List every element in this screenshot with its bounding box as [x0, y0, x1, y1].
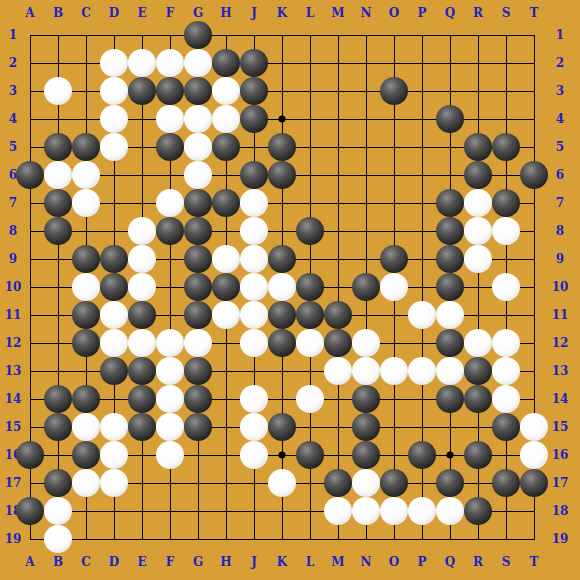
white-stone-D11[interactable]: [100, 301, 128, 329]
white-stone-O18[interactable]: [380, 497, 408, 525]
black-stone-L11[interactable]: [296, 301, 324, 329]
white-stone-C17[interactable]: [72, 469, 100, 497]
black-stone-G10[interactable]: [184, 273, 212, 301]
white-stone-R12[interactable]: [464, 329, 492, 357]
row-label-right: 8: [556, 225, 564, 237]
column-label-bottom: M: [331, 556, 344, 568]
hoshi-point: [279, 116, 286, 123]
white-stone-E12[interactable]: [128, 329, 156, 357]
row-label-left: 1: [9, 29, 17, 41]
black-stone-M17[interactable]: [324, 469, 352, 497]
black-stone-A18[interactable]: [16, 497, 44, 525]
black-stone-G15[interactable]: [184, 413, 212, 441]
black-stone-B8[interactable]: [44, 217, 72, 245]
row-label-right: 19: [552, 533, 569, 545]
black-stone-O3[interactable]: [380, 77, 408, 105]
white-stone-Q11[interactable]: [436, 301, 464, 329]
black-stone-H2[interactable]: [212, 49, 240, 77]
grid-line-vertical: [338, 35, 339, 540]
black-stone-P16[interactable]: [408, 441, 436, 469]
black-stone-H5[interactable]: [212, 133, 240, 161]
row-label-right: 7: [556, 197, 564, 209]
black-stone-T17[interactable]: [520, 469, 548, 497]
white-stone-G5[interactable]: [184, 133, 212, 161]
column-label-top: L: [306, 7, 314, 19]
white-stone-N13[interactable]: [352, 357, 380, 385]
row-label-right: 15: [552, 421, 569, 433]
black-stone-G7[interactable]: [184, 189, 212, 217]
row-label-right: 6: [556, 169, 564, 181]
black-stone-S15[interactable]: [492, 413, 520, 441]
column-label-top: Q: [445, 7, 455, 19]
white-stone-B19[interactable]: [44, 525, 72, 553]
row-label-left: 3: [9, 85, 17, 97]
column-label-top: B: [53, 7, 63, 19]
row-label-left: 19: [5, 533, 22, 545]
white-stone-B18[interactable]: [44, 497, 72, 525]
black-stone-H7[interactable]: [212, 189, 240, 217]
white-stone-D15[interactable]: [100, 413, 128, 441]
column-label-top: A: [25, 7, 34, 19]
black-stone-R14[interactable]: [464, 385, 492, 413]
black-stone-L10[interactable]: [296, 273, 324, 301]
white-stone-B3[interactable]: [44, 77, 72, 105]
white-stone-D17[interactable]: [100, 469, 128, 497]
black-stone-L16[interactable]: [296, 441, 324, 469]
row-label-right: 16: [552, 449, 569, 461]
black-stone-K9[interactable]: [268, 245, 296, 273]
hoshi-point: [447, 452, 454, 459]
column-label-top: T: [530, 7, 539, 19]
column-label-bottom: E: [137, 556, 146, 568]
white-stone-Q18[interactable]: [436, 497, 464, 525]
black-stone-C5[interactable]: [72, 133, 100, 161]
black-stone-Q12[interactable]: [436, 329, 464, 357]
black-stone-J2[interactable]: [240, 49, 268, 77]
black-stone-Q17[interactable]: [436, 469, 464, 497]
go-board[interactable]: AABBCCDDEEFFGGHHJJKKLLMMNNOOPPQQRRSSTT11…: [0, 0, 580, 580]
row-label-left: 10: [5, 281, 22, 293]
column-label-top: C: [81, 7, 91, 19]
white-stone-F15[interactable]: [156, 413, 184, 441]
column-label-bottom: K: [277, 556, 287, 568]
white-stone-R9[interactable]: [464, 245, 492, 273]
row-label-right: 17: [552, 477, 569, 489]
black-stone-G1[interactable]: [184, 21, 212, 49]
white-stone-K17[interactable]: [268, 469, 296, 497]
white-stone-J9[interactable]: [240, 245, 268, 273]
white-stone-S8[interactable]: [492, 217, 520, 245]
black-stone-E14[interactable]: [128, 385, 156, 413]
column-label-top: K: [277, 7, 287, 19]
black-stone-J4[interactable]: [240, 105, 268, 133]
row-label-left: 12: [5, 337, 22, 349]
white-stone-S10[interactable]: [492, 273, 520, 301]
black-stone-B14[interactable]: [44, 385, 72, 413]
white-stone-M13[interactable]: [324, 357, 352, 385]
column-label-top: E: [137, 7, 146, 19]
white-stone-T15[interactable]: [520, 413, 548, 441]
white-stone-M18[interactable]: [324, 497, 352, 525]
white-stone-S13[interactable]: [492, 357, 520, 385]
column-label-bottom: T: [530, 556, 539, 568]
white-stone-F16[interactable]: [156, 441, 184, 469]
white-stone-F13[interactable]: [156, 357, 184, 385]
white-stone-N17[interactable]: [352, 469, 380, 497]
row-label-left: 4: [9, 113, 17, 125]
white-stone-C10[interactable]: [72, 273, 100, 301]
grid-line-horizontal: [30, 539, 535, 540]
black-stone-R5[interactable]: [464, 133, 492, 161]
white-stone-D16[interactable]: [100, 441, 128, 469]
white-stone-J7[interactable]: [240, 189, 268, 217]
black-stone-G3[interactable]: [184, 77, 212, 105]
column-label-top: J: [251, 7, 257, 19]
column-label-top: D: [109, 7, 119, 19]
black-stone-S7[interactable]: [492, 189, 520, 217]
white-stone-C7[interactable]: [72, 189, 100, 217]
white-stone-J16[interactable]: [240, 441, 268, 469]
column-label-bottom: L: [306, 556, 314, 568]
black-stone-G13[interactable]: [184, 357, 212, 385]
white-stone-L12[interactable]: [296, 329, 324, 357]
white-stone-P11[interactable]: [408, 301, 436, 329]
white-stone-N12[interactable]: [352, 329, 380, 357]
column-label-bottom: B: [53, 556, 63, 568]
column-label-top: R: [473, 7, 483, 19]
row-label-left: 17: [5, 477, 22, 489]
black-stone-Q14[interactable]: [436, 385, 464, 413]
white-stone-C15[interactable]: [72, 413, 100, 441]
white-stone-Q13[interactable]: [436, 357, 464, 385]
white-stone-L14[interactable]: [296, 385, 324, 413]
black-stone-Q7[interactable]: [436, 189, 464, 217]
column-label-bottom: D: [109, 556, 119, 568]
white-stone-G12[interactable]: [184, 329, 212, 357]
row-label-right: 9: [556, 253, 564, 265]
white-stone-J8[interactable]: [240, 217, 268, 245]
white-stone-N18[interactable]: [352, 497, 380, 525]
column-label-bottom: F: [166, 556, 175, 568]
row-label-right: 13: [552, 365, 569, 377]
white-stone-E9[interactable]: [128, 245, 156, 273]
white-stone-G2[interactable]: [184, 49, 212, 77]
white-stone-F12[interactable]: [156, 329, 184, 357]
column-label-top: N: [361, 7, 372, 19]
black-stone-T6[interactable]: [520, 161, 548, 189]
white-stone-S14[interactable]: [492, 385, 520, 413]
black-stone-B7[interactable]: [44, 189, 72, 217]
row-label-right: 4: [556, 113, 564, 125]
white-stone-J10[interactable]: [240, 273, 268, 301]
black-stone-R18[interactable]: [464, 497, 492, 525]
white-stone-H9[interactable]: [212, 245, 240, 273]
row-label-right: 12: [552, 337, 569, 349]
white-stone-B6[interactable]: [44, 161, 72, 189]
row-label-left: 8: [9, 225, 17, 237]
black-stone-S17[interactable]: [492, 469, 520, 497]
white-stone-D12[interactable]: [100, 329, 128, 357]
black-stone-D9[interactable]: [100, 245, 128, 273]
black-stone-C9[interactable]: [72, 245, 100, 273]
black-stone-F5[interactable]: [156, 133, 184, 161]
black-stone-J6[interactable]: [240, 161, 268, 189]
row-label-left: 9: [9, 253, 17, 265]
column-label-bottom: G: [193, 556, 203, 568]
black-stone-F8[interactable]: [156, 217, 184, 245]
black-stone-D10[interactable]: [100, 273, 128, 301]
black-stone-Q9[interactable]: [436, 245, 464, 273]
white-stone-E10[interactable]: [128, 273, 156, 301]
black-stone-Q10[interactable]: [436, 273, 464, 301]
white-stone-K10[interactable]: [268, 273, 296, 301]
black-stone-R13[interactable]: [464, 357, 492, 385]
white-stone-H3[interactable]: [212, 77, 240, 105]
hoshi-point: [279, 452, 286, 459]
black-stone-Q4[interactable]: [436, 105, 464, 133]
row-label-right: 11: [552, 309, 569, 321]
white-stone-E2[interactable]: [128, 49, 156, 77]
white-stone-J11[interactable]: [240, 301, 268, 329]
white-stone-H11[interactable]: [212, 301, 240, 329]
column-label-bottom: H: [220, 556, 231, 568]
black-stone-G14[interactable]: [184, 385, 212, 413]
black-stone-N14[interactable]: [352, 385, 380, 413]
row-label-left: 2: [9, 57, 17, 69]
column-label-bottom: A: [25, 556, 34, 568]
white-stone-D4[interactable]: [100, 105, 128, 133]
white-stone-F2[interactable]: [156, 49, 184, 77]
column-label-top: G: [193, 7, 203, 19]
column-label-bottom: R: [473, 556, 483, 568]
white-stone-C6[interactable]: [72, 161, 100, 189]
white-stone-F7[interactable]: [156, 189, 184, 217]
black-stone-M11[interactable]: [324, 301, 352, 329]
black-stone-E15[interactable]: [128, 413, 156, 441]
white-stone-R8[interactable]: [464, 217, 492, 245]
column-label-bottom: Q: [445, 556, 455, 568]
black-stone-J3[interactable]: [240, 77, 268, 105]
row-label-right: 5: [556, 141, 564, 153]
black-stone-O9[interactable]: [380, 245, 408, 273]
white-stone-P13[interactable]: [408, 357, 436, 385]
row-label-left: 7: [9, 197, 17, 209]
black-stone-A16[interactable]: [16, 441, 44, 469]
white-stone-T16[interactable]: [520, 441, 548, 469]
black-stone-N16[interactable]: [352, 441, 380, 469]
white-stone-R7[interactable]: [464, 189, 492, 217]
column-label-bottom: P: [417, 556, 426, 568]
white-stone-S12[interactable]: [492, 329, 520, 357]
black-stone-B17[interactable]: [44, 469, 72, 497]
white-stone-D3[interactable]: [100, 77, 128, 105]
black-stone-G9[interactable]: [184, 245, 212, 273]
white-stone-F4[interactable]: [156, 105, 184, 133]
black-stone-N10[interactable]: [352, 273, 380, 301]
black-stone-C12[interactable]: [72, 329, 100, 357]
row-label-right: 2: [556, 57, 564, 69]
white-stone-D5[interactable]: [100, 133, 128, 161]
white-stone-J15[interactable]: [240, 413, 268, 441]
black-stone-R6[interactable]: [464, 161, 492, 189]
black-stone-N15[interactable]: [352, 413, 380, 441]
column-label-bottom: S: [502, 556, 511, 568]
white-stone-J12[interactable]: [240, 329, 268, 357]
white-stone-O13[interactable]: [380, 357, 408, 385]
row-label-left: 14: [5, 393, 22, 405]
white-stone-E8[interactable]: [128, 217, 156, 245]
black-stone-C14[interactable]: [72, 385, 100, 413]
column-label-top: S: [502, 7, 511, 19]
row-label-right: 18: [552, 505, 569, 517]
black-stone-K5[interactable]: [268, 133, 296, 161]
black-stone-C16[interactable]: [72, 441, 100, 469]
black-stone-H10[interactable]: [212, 273, 240, 301]
black-stone-E3[interactable]: [128, 77, 156, 105]
black-stone-G11[interactable]: [184, 301, 212, 329]
black-stone-E13[interactable]: [128, 357, 156, 385]
column-label-top: O: [389, 7, 399, 19]
black-stone-K12[interactable]: [268, 329, 296, 357]
black-stone-G8[interactable]: [184, 217, 212, 245]
white-stone-G4[interactable]: [184, 105, 212, 133]
white-stone-F14[interactable]: [156, 385, 184, 413]
column-label-top: M: [331, 7, 344, 19]
black-stone-O17[interactable]: [380, 469, 408, 497]
row-label-left: 11: [5, 309, 22, 321]
column-label-top: F: [166, 7, 175, 19]
black-stone-B5[interactable]: [44, 133, 72, 161]
column-label-bottom: C: [81, 556, 91, 568]
black-stone-K15[interactable]: [268, 413, 296, 441]
white-stone-H4[interactable]: [212, 105, 240, 133]
black-stone-L8[interactable]: [296, 217, 324, 245]
black-stone-E11[interactable]: [128, 301, 156, 329]
row-label-right: 10: [552, 281, 569, 293]
row-label-left: 13: [5, 365, 22, 377]
black-stone-K6[interactable]: [268, 161, 296, 189]
column-label-bottom: O: [389, 556, 399, 568]
row-label-left: 15: [5, 421, 22, 433]
column-label-bottom: J: [251, 556, 257, 568]
white-stone-P18[interactable]: [408, 497, 436, 525]
black-stone-R16[interactable]: [464, 441, 492, 469]
row-label-right: 1: [556, 29, 564, 41]
white-stone-O10[interactable]: [380, 273, 408, 301]
black-stone-A6[interactable]: [16, 161, 44, 189]
black-stone-K11[interactable]: [268, 301, 296, 329]
white-stone-G6[interactable]: [184, 161, 212, 189]
black-stone-F3[interactable]: [156, 77, 184, 105]
white-stone-D2[interactable]: [100, 49, 128, 77]
row-label-right: 3: [556, 85, 564, 97]
black-stone-D13[interactable]: [100, 357, 128, 385]
row-label-left: 5: [9, 141, 17, 153]
black-stone-S5[interactable]: [492, 133, 520, 161]
black-stone-B15[interactable]: [44, 413, 72, 441]
black-stone-Q8[interactable]: [436, 217, 464, 245]
row-label-right: 14: [552, 393, 569, 405]
column-label-bottom: N: [361, 556, 372, 568]
white-stone-J14[interactable]: [240, 385, 268, 413]
black-stone-C11[interactable]: [72, 301, 100, 329]
black-stone-M12[interactable]: [324, 329, 352, 357]
column-label-top: P: [417, 7, 426, 19]
column-label-top: H: [220, 7, 231, 19]
